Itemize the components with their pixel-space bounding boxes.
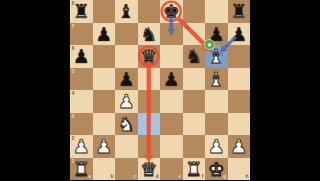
black-rook-h8[interactable]: ♜ (228, 0, 251, 23)
white-pawn-c4[interactable]: ♟ (115, 90, 138, 113)
square-g8[interactable] (205, 0, 228, 23)
rank-label-5: 5 (72, 69, 75, 74)
black-pawn-e5[interactable]: ♟ (160, 68, 183, 91)
square-e1[interactable]: e (160, 158, 183, 181)
square-e8[interactable]: ♚ (160, 0, 183, 23)
white-bishop-g6[interactable]: ♝ (205, 45, 228, 68)
square-g3[interactable] (205, 113, 228, 136)
square-d2[interactable] (138, 135, 161, 158)
square-a8[interactable]: 8♜ (70, 0, 93, 23)
square-b3[interactable] (93, 113, 116, 136)
white-pawn-h2[interactable]: ♟ (228, 135, 251, 158)
square-h7[interactable]: ♟ (228, 23, 251, 46)
square-e2[interactable] (160, 135, 183, 158)
square-h5[interactable] (228, 68, 251, 91)
file-label-b: b (110, 174, 113, 179)
square-c3[interactable]: ♞ (115, 113, 138, 136)
square-e5[interactable]: ♟ (160, 68, 183, 91)
rank-label-4: 4 (72, 91, 75, 96)
square-a2[interactable]: 2♟ (70, 135, 93, 158)
square-g1[interactable]: g♚ (205, 158, 228, 181)
black-bishop-c8[interactable]: ♝ (115, 0, 138, 23)
black-pawn-h7[interactable]: ♟ (228, 23, 251, 46)
white-bishop-g5[interactable]: ♝ (205, 68, 228, 91)
square-a6[interactable]: 6♟ (70, 45, 93, 68)
square-c1[interactable]: c (115, 158, 138, 181)
black-knight-d7[interactable]: ♞ (138, 23, 161, 46)
square-a5[interactable]: 5 (70, 68, 93, 91)
white-pawn-g2[interactable]: ♟ (205, 135, 228, 158)
square-b8[interactable] (93, 0, 116, 23)
black-pawn-b7[interactable]: ♟ (93, 23, 116, 46)
black-king-e8[interactable]: ♚ (160, 0, 183, 23)
square-h6[interactable] (228, 45, 251, 68)
square-b5[interactable] (93, 68, 116, 91)
square-e3[interactable] (160, 113, 183, 136)
square-f5[interactable] (183, 68, 206, 91)
square-a7[interactable]: 7 (70, 23, 93, 46)
square-h4[interactable] (228, 90, 251, 113)
square-g5[interactable]: ♝ (205, 68, 228, 91)
square-c8[interactable]: ♝ (115, 0, 138, 23)
square-d8[interactable] (138, 0, 161, 23)
square-e6[interactable] (160, 45, 183, 68)
square-d1[interactable]: d♛ (138, 158, 161, 181)
black-pawn-c5[interactable]: ♟ (115, 68, 138, 91)
square-d6[interactable]: ♛ (138, 45, 161, 68)
square-c2[interactable] (115, 135, 138, 158)
square-h8[interactable]: ♜ (228, 0, 251, 23)
square-b2[interactable]: ♟ (93, 135, 116, 158)
letterbox-left (0, 0, 70, 180)
square-g7[interactable]: ♟ (205, 23, 228, 46)
rank-label-3: 3 (72, 114, 75, 119)
square-f2[interactable] (183, 135, 206, 158)
file-label-h: h (245, 174, 248, 179)
black-pawn-g7[interactable]: ♟ (205, 23, 228, 46)
rank-label-7: 7 (72, 24, 75, 29)
screenshot-stage: 8♜♝♚♜7♟♞♟♟6♟♛♞♝5♟♟♝4♟3♞2♟♟♟♟1a♜bcd♛ef♜g♚… (0, 0, 320, 180)
square-h1[interactable]: h (228, 158, 251, 181)
square-h2[interactable]: ♟ (228, 135, 251, 158)
white-rook-f1[interactable]: ♜ (183, 158, 206, 181)
square-f1[interactable]: f♜ (183, 158, 206, 181)
white-pawn-b2[interactable]: ♟ (93, 135, 116, 158)
square-g2[interactable]: ♟ (205, 135, 228, 158)
square-b7[interactable]: ♟ (93, 23, 116, 46)
file-label-c: c (133, 174, 136, 179)
letterbox-right (250, 0, 320, 180)
square-g4[interactable] (205, 90, 228, 113)
file-label-e: e (178, 174, 181, 179)
square-a3[interactable]: 3 (70, 113, 93, 136)
square-c4[interactable]: ♟ (115, 90, 138, 113)
square-f3[interactable] (183, 113, 206, 136)
chess-board[interactable]: 8♜♝♚♜7♟♞♟♟6♟♛♞♝5♟♟♝4♟3♞2♟♟♟♟1a♜bcd♛ef♜g♚… (70, 0, 250, 180)
square-f6[interactable]: ♞ (183, 45, 206, 68)
black-rook-a8[interactable]: ♜ (70, 0, 93, 23)
white-rook-a1[interactable]: ♜ (70, 158, 93, 181)
square-d5[interactable] (138, 68, 161, 91)
white-king-g1[interactable]: ♚ (205, 158, 228, 181)
square-c7[interactable] (115, 23, 138, 46)
white-pawn-a2[interactable]: ♟ (70, 135, 93, 158)
black-queen-d6[interactable]: ♛ (138, 45, 161, 68)
square-h3[interactable] (228, 113, 251, 136)
square-b1[interactable]: b (93, 158, 116, 181)
square-b6[interactable] (93, 45, 116, 68)
square-b4[interactable] (93, 90, 116, 113)
square-c5[interactable]: ♟ (115, 68, 138, 91)
black-knight-f6[interactable]: ♞ (183, 45, 206, 68)
square-c6[interactable] (115, 45, 138, 68)
square-d7[interactable]: ♞ (138, 23, 161, 46)
square-e4[interactable] (160, 90, 183, 113)
square-f4[interactable] (183, 90, 206, 113)
square-e7[interactable] (160, 23, 183, 46)
square-a1[interactable]: 1a♜ (70, 158, 93, 181)
square-d3[interactable] (138, 113, 161, 136)
square-f7[interactable] (183, 23, 206, 46)
black-pawn-a6[interactable]: ♟ (70, 45, 93, 68)
square-d4[interactable] (138, 90, 161, 113)
white-queen-d1[interactable]: ♛ (138, 158, 161, 181)
white-knight-c3[interactable]: ♞ (115, 113, 138, 136)
square-g6[interactable]: ♝ (205, 45, 228, 68)
square-f8[interactable] (183, 0, 206, 23)
square-a4[interactable]: 4 (70, 90, 93, 113)
